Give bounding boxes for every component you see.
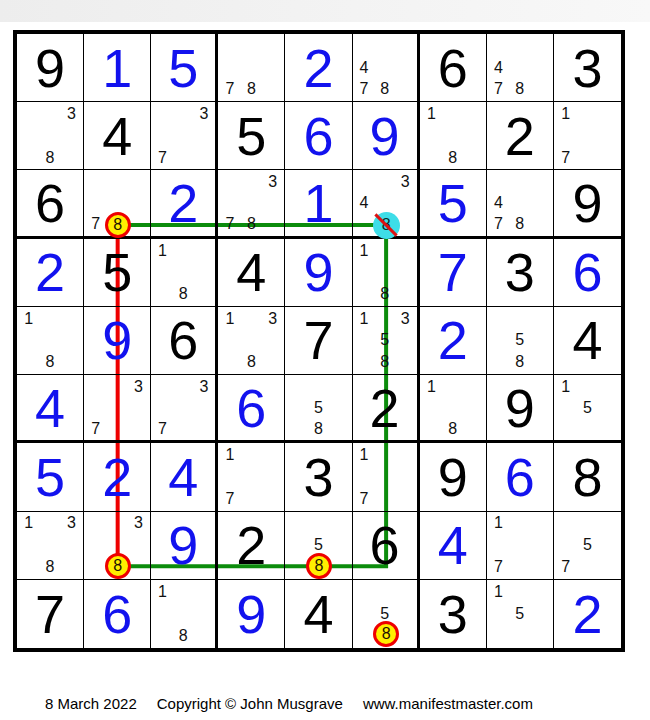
cell-r3c9[interactable]: 9 <box>554 170 621 238</box>
cell-r5c1[interactable]: 18 <box>17 307 84 375</box>
candidate-8: 8 <box>106 214 127 235</box>
digit: 6 <box>370 518 400 572</box>
candidate-8: 8 <box>308 418 329 439</box>
cell-r9c6[interactable]: 58 <box>353 580 420 648</box>
cell-r6c2[interactable]: 37 <box>84 375 151 443</box>
digit: 2 <box>370 381 400 435</box>
cell-r5c3[interactable]: 6 <box>151 307 218 375</box>
digit: 4 <box>35 381 65 435</box>
candidate-8: 8 <box>173 625 194 647</box>
cell-r4c6[interactable]: 18 <box>353 239 420 307</box>
candidates: 348 <box>354 171 416 234</box>
candidates: 17 <box>354 444 416 509</box>
digit: 5 <box>168 41 198 95</box>
candidates: 37 <box>152 103 214 168</box>
candidates: 58 <box>286 513 350 578</box>
cell-r6c7[interactable]: 18 <box>420 375 487 443</box>
candidates: 57 <box>555 513 620 578</box>
digit: 9 <box>505 381 535 435</box>
candidates: 18 <box>421 376 485 439</box>
cell-r2c8[interactable]: 2 <box>487 102 554 170</box>
cell-r7c5[interactable]: 3 <box>285 443 352 511</box>
cell-r7c9[interactable]: 8 <box>554 443 621 511</box>
candidates: 18 <box>18 308 82 373</box>
cell-r4c2[interactable]: 5 <box>84 239 151 307</box>
digit: 7 <box>438 245 468 299</box>
cell-r7c7[interactable]: 9 <box>420 443 487 511</box>
candidates: 37 <box>85 376 149 439</box>
cell-r5c2[interactable]: 9 <box>84 307 151 375</box>
candidate-7: 7 <box>354 488 375 510</box>
digit: 6 <box>102 587 132 641</box>
candidate-1: 1 <box>219 308 240 330</box>
cell-r3c3[interactable]: 2 <box>151 170 218 238</box>
digit: 5 <box>102 245 132 299</box>
cell-r4c9[interactable]: 6 <box>554 239 621 307</box>
digit: 2 <box>102 450 132 504</box>
cell-r1c8[interactable]: 478 <box>487 34 554 102</box>
digit: 2 <box>572 587 602 641</box>
candidate-8: 8 <box>241 78 262 100</box>
digit: 2 <box>236 518 266 572</box>
digit: 2 <box>35 245 65 299</box>
candidate-1: 1 <box>18 513 39 535</box>
candidate-7: 7 <box>219 488 240 510</box>
candidate-1: 1 <box>421 376 442 397</box>
candidate-1: 1 <box>488 513 509 535</box>
cell-r1c3[interactable]: 5 <box>151 34 218 102</box>
digit: 1 <box>102 41 132 95</box>
digit: 6 <box>438 41 468 95</box>
digit: 3 <box>303 450 333 504</box>
cell-r7c2[interactable]: 2 <box>84 443 151 511</box>
candidates: 478 <box>488 35 552 100</box>
digit: 3 <box>572 41 602 95</box>
cell-r1c2[interactable]: 1 <box>84 34 151 102</box>
digit: 4 <box>303 587 333 641</box>
candidate-1: 1 <box>555 376 577 397</box>
candidates: 18 <box>152 240 214 305</box>
candidates: 38 <box>85 513 149 578</box>
candidates: 138 <box>18 513 82 578</box>
cell-r2c2[interactable]: 4 <box>84 102 151 170</box>
cell-r4c7[interactable]: 7 <box>420 239 487 307</box>
cell-r7c3[interactable]: 4 <box>151 443 218 511</box>
candidate-8: 8 <box>509 351 530 373</box>
cell-r7c1[interactable]: 5 <box>17 443 84 511</box>
footer-website: www.manifestmaster.com <box>363 695 533 712</box>
sudoku-board: 9157824786478338437569182176782378134854… <box>13 30 625 652</box>
candidate-8: 8 <box>374 78 395 100</box>
cell-r3c7[interactable]: 5 <box>420 170 487 238</box>
cell-r3c1[interactable]: 6 <box>17 170 84 238</box>
digit: 7 <box>303 313 333 367</box>
digit: 9 <box>303 245 333 299</box>
cell-r9c7[interactable]: 3 <box>420 580 487 648</box>
digit: 2 <box>438 313 468 367</box>
candidate-1: 1 <box>18 308 39 330</box>
cell-r2c6[interactable]: 9 <box>353 102 420 170</box>
candidate-8: 8 <box>374 351 395 373</box>
candidate-7: 7 <box>555 556 577 578</box>
digit: 2 <box>505 109 535 163</box>
candidate-3: 3 <box>262 171 283 192</box>
cell-r1c9[interactable]: 3 <box>554 34 621 102</box>
cell-r9c5[interactable]: 4 <box>285 580 352 648</box>
digit: 4 <box>438 518 468 572</box>
digit: 2 <box>168 176 198 230</box>
cell-r3c4[interactable]: 378 <box>218 170 285 238</box>
cell-r2c4[interactable]: 5 <box>218 102 285 170</box>
digit: 5 <box>35 450 65 504</box>
candidate-3: 3 <box>61 103 82 125</box>
digit: 6 <box>236 381 266 435</box>
digit: 6 <box>303 109 333 163</box>
cell-r6c8[interactable]: 9 <box>487 375 554 443</box>
candidates: 18 <box>354 240 416 305</box>
candidate-7: 7 <box>219 78 240 100</box>
cell-r6c4[interactable]: 6 <box>218 375 285 443</box>
candidate-1: 1 <box>488 581 509 603</box>
candidate-4: 4 <box>488 57 509 79</box>
sudoku-grid: 9157824786478338437569182176782378134854… <box>17 34 621 648</box>
cell-r9c8[interactable]: 15 <box>487 580 554 648</box>
cell-r2c5[interactable]: 6 <box>285 102 352 170</box>
cell-r1c6[interactable]: 478 <box>353 34 420 102</box>
candidates: 38 <box>18 103 82 168</box>
cell-r8c3[interactable]: 9 <box>151 512 218 580</box>
candidate-7: 7 <box>488 214 509 235</box>
cell-r4c3[interactable]: 18 <box>151 239 218 307</box>
cell-r3c5[interactable]: 1 <box>285 170 352 238</box>
digit: 9 <box>168 518 198 572</box>
candidate-8: 8 <box>173 283 194 305</box>
candidate-7: 7 <box>488 556 509 578</box>
candidate-1: 1 <box>354 444 375 466</box>
cell-r2c1[interactable]: 38 <box>17 102 84 170</box>
candidate-3: 3 <box>395 308 416 330</box>
cell-r5c8[interactable]: 58 <box>487 307 554 375</box>
cell-r8c2[interactable]: 38 <box>84 512 151 580</box>
candidate-8: 8 <box>509 214 530 235</box>
candidates: 78 <box>219 35 283 100</box>
cell-r8c6[interactable]: 6 <box>353 512 420 580</box>
digit: 9 <box>438 450 468 504</box>
cell-r8c4[interactable]: 2 <box>218 512 285 580</box>
candidate-7: 7 <box>152 147 173 169</box>
candidate-7: 7 <box>85 214 106 235</box>
candidate-1: 1 <box>152 240 173 262</box>
candidate-5: 5 <box>308 397 329 418</box>
cell-r5c4[interactable]: 138 <box>218 307 285 375</box>
cell-r5c5[interactable]: 7 <box>285 307 352 375</box>
candidate-7: 7 <box>354 78 375 100</box>
digit: 9 <box>102 313 132 367</box>
candidate-5: 5 <box>509 603 530 625</box>
candidate-7: 7 <box>219 214 240 235</box>
candidate-8: 8 <box>241 351 262 373</box>
cell-r8c1[interactable]: 138 <box>17 512 84 580</box>
candidates: 378 <box>219 171 283 234</box>
candidates: 478 <box>354 35 416 100</box>
candidate-7: 7 <box>555 147 577 169</box>
top-bar <box>0 0 650 22</box>
candidate-3: 3 <box>194 376 215 397</box>
candidate-7: 7 <box>488 78 509 100</box>
digit: 5 <box>438 176 468 230</box>
candidates: 17 <box>488 513 552 578</box>
cell-r5c9[interactable]: 4 <box>554 307 621 375</box>
digit: 9 <box>370 109 400 163</box>
digit: 4 <box>236 245 266 299</box>
cell-r8c8[interactable]: 17 <box>487 512 554 580</box>
candidate-1: 1 <box>354 308 375 330</box>
digit: 6 <box>168 313 198 367</box>
candidates: 18 <box>152 581 214 647</box>
cell-r7c4[interactable]: 17 <box>218 443 285 511</box>
cell-r3c6[interactable]: 348 <box>353 170 420 238</box>
candidate-8: 8 <box>374 625 395 647</box>
digit: 3 <box>438 587 468 641</box>
candidates: 478 <box>488 171 552 234</box>
candidates: 1358 <box>354 308 416 373</box>
digit: 6 <box>572 245 602 299</box>
candidate-3: 3 <box>128 376 149 397</box>
digit: 3 <box>505 245 535 299</box>
cell-r6c6[interactable]: 2 <box>353 375 420 443</box>
candidate-3: 3 <box>262 308 283 330</box>
candidate-5: 5 <box>509 330 530 352</box>
cell-r9c2[interactable]: 6 <box>84 580 151 648</box>
candidate-8: 8 <box>241 214 262 235</box>
digit: 9 <box>236 587 266 641</box>
candidates: 15 <box>555 376 620 439</box>
candidate-3: 3 <box>395 171 416 192</box>
cell-r8c7[interactable]: 4 <box>420 512 487 580</box>
candidates: 58 <box>354 581 416 647</box>
cell-r2c3[interactable]: 37 <box>151 102 218 170</box>
candidate-5: 5 <box>577 534 599 556</box>
candidate-1: 1 <box>421 103 442 125</box>
candidate-5: 5 <box>374 330 395 352</box>
digit: 9 <box>35 41 65 95</box>
cell-r8c9[interactable]: 57 <box>554 512 621 580</box>
candidate-8: 8 <box>308 556 329 578</box>
digit: 1 <box>303 176 333 230</box>
candidate-3: 3 <box>61 513 82 535</box>
candidates: 37 <box>152 376 214 439</box>
candidate-3: 3 <box>194 103 215 125</box>
digit: 5 <box>236 109 266 163</box>
candidate-8: 8 <box>509 78 530 100</box>
cell-r4c4[interactable]: 4 <box>218 239 285 307</box>
cell-r3c8[interactable]: 478 <box>487 170 554 238</box>
cell-r2c7[interactable]: 18 <box>420 102 487 170</box>
candidate-4: 4 <box>354 193 375 214</box>
candidate-8: 8 <box>39 556 60 578</box>
cell-r2c9[interactable]: 17 <box>554 102 621 170</box>
candidate-3: 3 <box>128 513 149 535</box>
cell-r9c3[interactable]: 18 <box>151 580 218 648</box>
cell-r3c2[interactable]: 78 <box>84 170 151 238</box>
candidate-1: 1 <box>354 240 375 262</box>
digit: 4 <box>168 450 198 504</box>
candidate-8: 8 <box>106 556 127 578</box>
digit: 7 <box>35 587 65 641</box>
candidate-8: 8 <box>442 147 463 169</box>
digit: 4 <box>572 313 602 367</box>
candidates: 78 <box>85 171 149 234</box>
candidate-5: 5 <box>308 534 329 556</box>
candidate-7: 7 <box>85 418 106 439</box>
candidates: 17 <box>555 103 620 168</box>
candidates: 58 <box>286 376 350 439</box>
cell-r5c7[interactable]: 2 <box>420 307 487 375</box>
candidates: 18 <box>421 103 485 168</box>
cell-r4c8[interactable]: 3 <box>487 239 554 307</box>
candidate-5: 5 <box>374 603 395 625</box>
candidate-8: 8 <box>374 214 395 235</box>
footer-date: 8 March 2022 <box>45 695 137 712</box>
candidate-8: 8 <box>39 147 60 169</box>
digit: 6 <box>35 176 65 230</box>
cell-r6c1[interactable]: 4 <box>17 375 84 443</box>
candidate-1: 1 <box>152 581 173 603</box>
candidate-4: 4 <box>354 57 375 79</box>
cell-r1c7[interactable]: 6 <box>420 34 487 102</box>
candidate-1: 1 <box>219 444 240 466</box>
candidate-7: 7 <box>152 418 173 439</box>
candidates: 17 <box>219 444 283 509</box>
cell-r1c4[interactable]: 78 <box>218 34 285 102</box>
digit: 2 <box>303 41 333 95</box>
cell-r6c5[interactable]: 58 <box>285 375 352 443</box>
cell-r4c5[interactable]: 9 <box>285 239 352 307</box>
footer: 8 March 2022Copyright © John Musgravewww… <box>45 695 533 712</box>
cell-r6c3[interactable]: 37 <box>151 375 218 443</box>
candidate-4: 4 <box>488 193 509 214</box>
digit: 6 <box>505 450 535 504</box>
candidate-8: 8 <box>39 351 60 373</box>
candidates: 15 <box>488 581 552 647</box>
cell-r6c9[interactable]: 15 <box>554 375 621 443</box>
candidate-5: 5 <box>577 397 599 418</box>
candidates: 58 <box>488 308 552 373</box>
candidate-1: 1 <box>555 103 577 125</box>
cell-r9c9[interactable]: 2 <box>554 580 621 648</box>
digit: 9 <box>572 176 602 230</box>
candidate-8: 8 <box>374 283 395 305</box>
digit: 4 <box>102 109 132 163</box>
cell-r9c4[interactable]: 9 <box>218 580 285 648</box>
digit: 8 <box>572 450 602 504</box>
cell-r1c5[interactable]: 2 <box>285 34 352 102</box>
cell-r7c6[interactable]: 17 <box>353 443 420 511</box>
cell-r9c1[interactable]: 7 <box>17 580 84 648</box>
cell-r5c6[interactable]: 1358 <box>353 307 420 375</box>
candidate-8: 8 <box>442 418 463 439</box>
cell-r8c5[interactable]: 58 <box>285 512 352 580</box>
cell-r4c1[interactable]: 2 <box>17 239 84 307</box>
cell-r1c1[interactable]: 9 <box>17 34 84 102</box>
footer-copyright: Copyright © John Musgrave <box>157 695 343 712</box>
cell-r7c8[interactable]: 6 <box>487 443 554 511</box>
candidates: 138 <box>219 308 283 373</box>
